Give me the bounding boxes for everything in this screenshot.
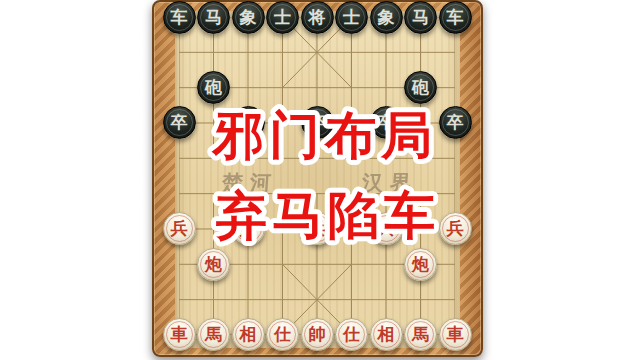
piece-black-advisor[interactable]: 士 <box>266 1 299 34</box>
xiangqi-board: 楚河 汉界 车马象士将士象马车砲砲卒卒卒卒卒兵兵兵兵兵炮炮車馬相仕帥仕相馬車 <box>152 0 483 357</box>
piece-red-soldier[interactable]: 兵 <box>439 212 472 245</box>
piece-black-soldier[interactable]: 卒 <box>370 106 403 139</box>
piece-red-cannon[interactable]: 炮 <box>404 248 437 281</box>
piece-red-general[interactable]: 帥 <box>301 318 334 351</box>
piece-black-soldier[interactable]: 卒 <box>232 106 265 139</box>
piece-red-horse[interactable]: 馬 <box>197 318 230 351</box>
piece-black-elephant[interactable]: 象 <box>232 1 265 34</box>
piece-red-chariot[interactable]: 車 <box>163 318 196 351</box>
piece-black-soldier[interactable]: 卒 <box>301 106 334 139</box>
piece-black-horse[interactable]: 马 <box>197 1 230 34</box>
wave-foam-streak <box>18 206 138 210</box>
piece-black-cannon[interactable]: 砲 <box>197 71 230 104</box>
piece-black-advisor[interactable]: 士 <box>335 1 368 34</box>
piece-red-horse[interactable]: 馬 <box>404 318 437 351</box>
piece-black-elephant[interactable]: 象 <box>370 1 403 34</box>
piece-layer: 车马象士将士象马车砲砲卒卒卒卒卒兵兵兵兵兵炮炮車馬相仕帥仕相馬車 <box>162 0 473 353</box>
piece-red-soldier[interactable]: 兵 <box>370 212 403 245</box>
piece-red-elephant[interactable]: 相 <box>232 318 265 351</box>
piece-black-soldier[interactable]: 卒 <box>163 106 196 139</box>
piece-red-advisor[interactable]: 仕 <box>266 318 299 351</box>
piece-red-advisor[interactable]: 仕 <box>335 318 368 351</box>
board-surface: 楚河 汉界 车马象士将士象马车砲砲卒卒卒卒卒兵兵兵兵兵炮炮車馬相仕帥仕相馬車 <box>175 11 460 348</box>
piece-black-chariot[interactable]: 车 <box>439 1 472 34</box>
piece-black-chariot[interactable]: 车 <box>163 1 196 34</box>
piece-red-chariot[interactable]: 車 <box>439 318 472 351</box>
piece-red-soldier[interactable]: 兵 <box>301 212 334 245</box>
piece-red-soldier[interactable]: 兵 <box>232 212 265 245</box>
piece-black-general[interactable]: 将 <box>301 1 334 34</box>
piece-black-cannon[interactable]: 砲 <box>404 71 437 104</box>
piece-red-elephant[interactable]: 相 <box>370 318 403 351</box>
piece-red-soldier[interactable]: 兵 <box>163 212 196 245</box>
piece-black-soldier[interactable]: 卒 <box>439 106 472 139</box>
wave-foam-streak <box>500 238 610 242</box>
piece-red-cannon[interactable]: 炮 <box>197 248 230 281</box>
piece-black-horse[interactable]: 马 <box>404 1 437 34</box>
